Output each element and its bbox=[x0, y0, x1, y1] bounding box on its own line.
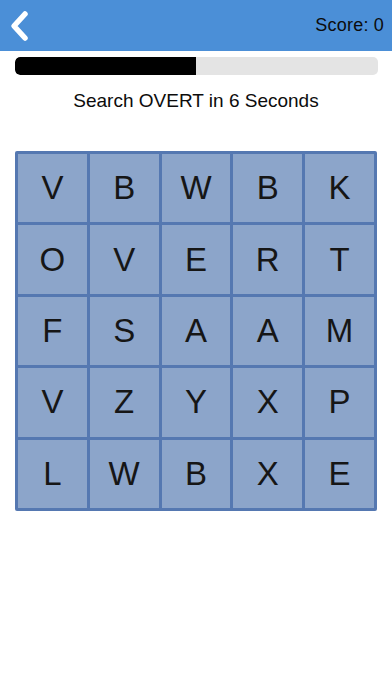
letter-grid: VBWBKOVERTFSAAMVZYXPLWBXE bbox=[15, 151, 377, 511]
grid-cell-r5c3[interactable]: B bbox=[162, 440, 231, 508]
grid-cell-r1c1[interactable]: V bbox=[18, 154, 87, 222]
chevron-left-icon bbox=[8, 10, 30, 42]
grid-cell-r2c2[interactable]: V bbox=[90, 225, 159, 293]
timer-progress-bar bbox=[15, 57, 378, 75]
grid-cell-r5c2[interactable]: W bbox=[90, 440, 159, 508]
grid-cell-r4c4[interactable]: X bbox=[233, 368, 302, 436]
back-button[interactable] bbox=[8, 6, 44, 46]
grid-cell-r2c1[interactable]: O bbox=[18, 225, 87, 293]
grid-cell-r3c5[interactable]: M bbox=[305, 297, 374, 365]
grid-cell-r5c1[interactable]: L bbox=[18, 440, 87, 508]
grid-cell-r3c2[interactable]: S bbox=[90, 297, 159, 365]
app-header: Score: 0 bbox=[0, 0, 392, 51]
score-label: Score: 0 bbox=[315, 15, 384, 36]
grid-cell-r1c3[interactable]: W bbox=[162, 154, 231, 222]
grid-cell-r3c4[interactable]: A bbox=[233, 297, 302, 365]
timer-progress-fill bbox=[15, 57, 197, 75]
grid-cell-r2c5[interactable]: T bbox=[305, 225, 374, 293]
grid-cell-r4c3[interactable]: Y bbox=[162, 368, 231, 436]
grid-cell-r3c3[interactable]: A bbox=[162, 297, 231, 365]
grid-cell-r1c2[interactable]: B bbox=[90, 154, 159, 222]
grid-cell-r1c4[interactable]: B bbox=[233, 154, 302, 222]
grid-cell-r4c1[interactable]: V bbox=[18, 368, 87, 436]
grid-cell-r5c5[interactable]: E bbox=[305, 440, 374, 508]
grid-cell-r4c2[interactable]: Z bbox=[90, 368, 159, 436]
grid-cell-r4c5[interactable]: P bbox=[305, 368, 374, 436]
grid-cell-r2c3[interactable]: E bbox=[162, 225, 231, 293]
grid-cell-r1c5[interactable]: K bbox=[305, 154, 374, 222]
grid-cell-r3c1[interactable]: F bbox=[18, 297, 87, 365]
instruction-text: Search OVERT in 6 Seconds bbox=[0, 90, 392, 112]
grid-cell-r2c4[interactable]: R bbox=[233, 225, 302, 293]
grid-cell-r5c4[interactable]: X bbox=[233, 440, 302, 508]
